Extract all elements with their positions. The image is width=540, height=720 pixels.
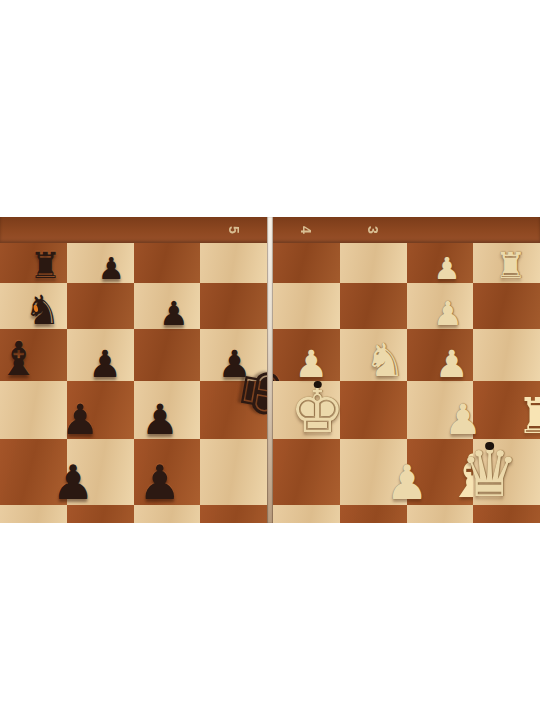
square-c7 (67, 505, 134, 523)
black-pawn-f7: ♟ (88, 347, 122, 381)
square-g7 (67, 283, 134, 329)
square-e8 (0, 381, 67, 439)
rank-label-3: 3 (363, 220, 383, 240)
black-pawn-h7: ♟ (98, 255, 125, 283)
square-f6 (134, 329, 201, 381)
white-rook-e1: ♜ (517, 394, 540, 439)
square-e2: ♟ (407, 381, 474, 439)
white-king-finial (313, 381, 321, 389)
square-c8 (0, 505, 67, 523)
square-d5 (200, 439, 267, 505)
white-pawn-f2: ♟ (435, 347, 469, 381)
rank-label-4: 4 (296, 220, 316, 240)
square-h8: ♜ (0, 243, 67, 283)
black-pawn-d6: ♟ (139, 461, 182, 505)
square-f8: ♝ (0, 329, 67, 381)
square-g6: ♟ (134, 283, 201, 329)
square-c1 (473, 505, 540, 523)
square-e3 (340, 381, 407, 439)
white-knight-f3: ♞ (365, 339, 406, 381)
white-king-e4: ♚ (290, 383, 345, 439)
square-f7: ♟ (67, 329, 134, 381)
black-rook-h8: ♜ (29, 250, 61, 283)
square-h5 (200, 243, 267, 283)
square-d7: ♟ (67, 439, 134, 505)
black-pawn-e6: ♟ (141, 401, 178, 439)
square-d4 (273, 439, 340, 505)
square-h1: ♜ (473, 243, 540, 283)
square-c6 (134, 505, 201, 523)
square-e7: ♟ (67, 381, 134, 439)
square-e6: ♟ (134, 381, 201, 439)
square-h6 (134, 243, 201, 283)
square-d2: ♝ (407, 439, 474, 505)
square-g2: ♟ (407, 283, 474, 329)
square-c5 (200, 505, 267, 523)
square-g5 (200, 283, 267, 329)
black-pawn-f5: ♟ (218, 347, 252, 381)
square-d1: ♛ (473, 439, 540, 505)
square-e4: ♚ (273, 381, 340, 439)
rank-label-5: 5 (224, 220, 244, 240)
square-f3: ♞ (340, 329, 407, 381)
square-d6: ♟ (134, 439, 201, 505)
black-knight-g8: ♞ (24, 292, 60, 329)
white-pawn-g2: ♟ (433, 299, 463, 329)
square-f5: ♟ (200, 329, 267, 381)
square-h2: ♟ (407, 243, 474, 283)
square-f4: ♟ (273, 329, 340, 381)
page: { "game": "chess", "scene": { "type": "p… (0, 0, 540, 720)
square-d8 (0, 439, 67, 505)
square-e1: ♜ (473, 381, 540, 439)
knight-orange-mark (33, 305, 38, 312)
square-g3 (340, 283, 407, 329)
square-c2: ♟ (407, 505, 474, 523)
square-d3: ♟ (340, 439, 407, 505)
white-queen-finial (485, 442, 494, 451)
black-pawn-g6: ♟ (159, 299, 189, 329)
square-h3 (340, 243, 407, 283)
white-pawn-f4: ♟ (295, 347, 329, 381)
square-h7: ♟ (67, 243, 134, 283)
square-f1 (473, 329, 540, 381)
product-photo: 543 ♜♟♟♜♞♟♟♝♟♟♟♞♟♟♟♚♚♟♜♟♟♟♝♛♟ (0, 217, 540, 523)
white-pawn-h2: ♟ (433, 255, 460, 283)
square-g4 (273, 283, 340, 329)
board-fold-seam (267, 217, 273, 523)
black-bishop-f8: ♝ (0, 338, 39, 381)
square-e5: ♚ (200, 381, 267, 439)
square-c3 (340, 505, 407, 523)
square-f2: ♟ (407, 329, 474, 381)
square-c4 (273, 505, 340, 523)
square-g8: ♞ (0, 283, 67, 329)
black-pawn-e7: ♟ (61, 401, 98, 439)
square-g1 (473, 283, 540, 329)
white-rook-h1: ♜ (495, 250, 527, 283)
square-h4 (273, 243, 340, 283)
